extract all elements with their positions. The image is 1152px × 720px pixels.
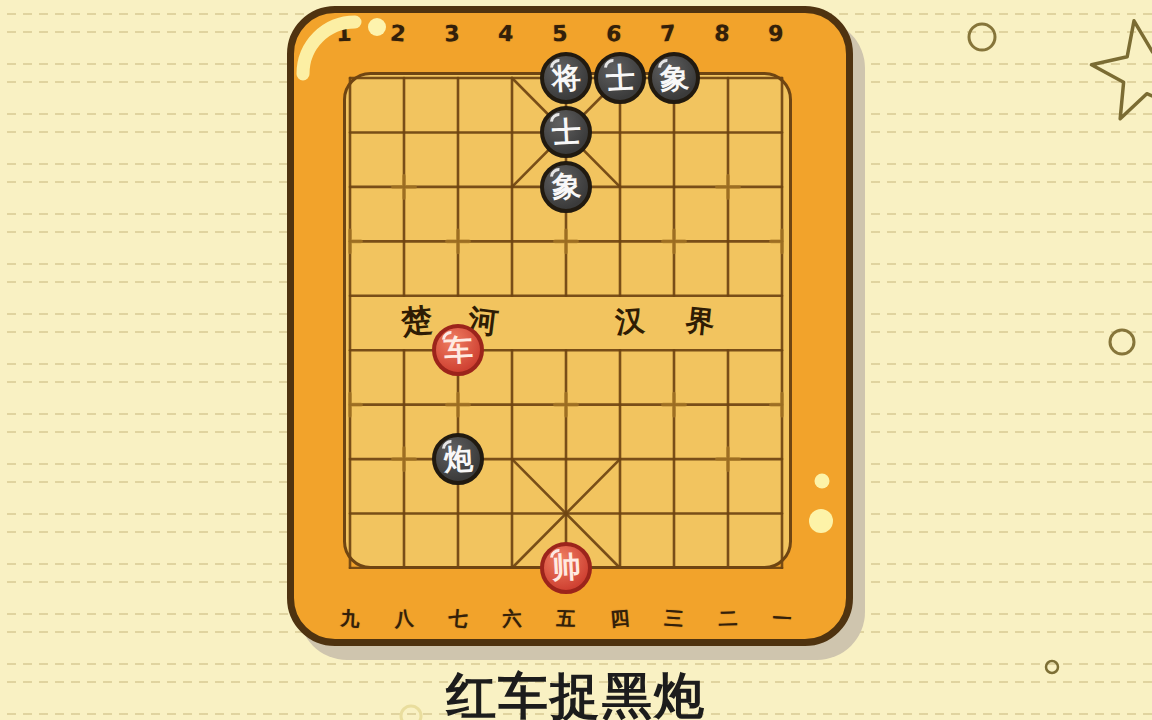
piece-glyph: 象: [659, 63, 689, 93]
black-elephant[interactable]: 象: [540, 161, 592, 213]
black-advisor[interactable]: 士: [594, 52, 646, 104]
shine-dot-right-large: [809, 509, 833, 533]
piece-glyph: 帅: [551, 553, 581, 583]
piece-glyph: 炮: [443, 444, 473, 474]
piece-glyph: 将: [551, 63, 581, 93]
black-elephant[interactable]: 象: [648, 52, 700, 104]
black-general[interactable]: 将: [540, 52, 592, 104]
piece-glyph: 象: [551, 172, 581, 202]
shine-dot-top: [368, 18, 386, 36]
black-cannon[interactable]: 炮: [432, 433, 484, 485]
red-chariot[interactable]: 车: [432, 324, 484, 376]
red-general[interactable]: 帅: [540, 542, 592, 594]
piece-glyph: 车: [443, 335, 473, 365]
piece-glyph: 士: [605, 63, 635, 93]
caption: 红车捉黑炮: [0, 663, 1152, 720]
scene: 楚河汉界 123456789 九八七六五四三二一 将士象士象车炮帅 红车捉黑炮: [0, 0, 1152, 720]
shine-dot-right-small: [815, 474, 830, 489]
piece-glyph: 士: [551, 117, 581, 147]
shine-crescent: [303, 22, 355, 74]
